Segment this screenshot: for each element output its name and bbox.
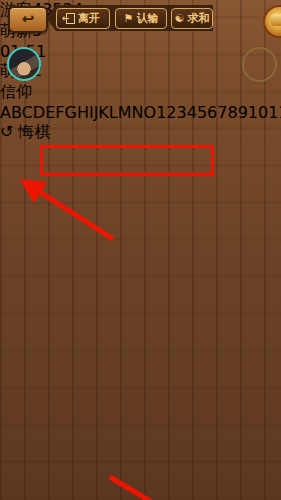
col-label-K: K	[98, 103, 109, 122]
row-label-3: 3	[177, 103, 187, 122]
left-player-avatar[interactable]	[7, 47, 41, 81]
right-player-name: 信仰	[0, 82, 281, 103]
col-label-E: E	[45, 103, 55, 122]
col-label-B: B	[11, 103, 22, 122]
undo-move-button-face: ↺ 悔棋	[0, 122, 281, 143]
annotation-arrow-to-back-button	[26, 183, 113, 239]
annotation-arrow-to-undo-button	[110, 477, 198, 500]
col-label-L: L	[109, 103, 118, 122]
board-labels: ABCDEFGHIJKLMNO123456789101112131415	[0, 103, 281, 122]
resign-button[interactable]: ⚑ 认输	[115, 8, 167, 29]
resign-button-label: 认输	[136, 11, 158, 26]
turn-timer: 01:51	[0, 42, 281, 61]
row-label-10: 10	[248, 103, 268, 122]
offer-draw-button-label: 求和	[187, 11, 209, 26]
annotation-overlay	[0, 143, 281, 500]
undo-arrow-icon: ↺	[0, 122, 13, 141]
door-exit-icon: ←	[66, 13, 75, 24]
col-label-N: N	[132, 103, 144, 122]
col-label-A: A	[0, 103, 11, 122]
col-label-M: M	[118, 103, 132, 122]
back-button[interactable]: ↩	[8, 6, 48, 33]
right-player-badge: 萌新2	[0, 61, 281, 82]
col-label-H: H	[77, 103, 89, 122]
undo-move-button-label: 悔棋	[19, 122, 51, 141]
col-label-O: O	[144, 103, 157, 122]
back-icon: ↩	[22, 12, 35, 27]
col-label-D: D	[33, 103, 45, 122]
flag-icon: ⚑	[124, 13, 134, 24]
row-label-5: 5	[197, 103, 207, 122]
peace-icon: ☯	[175, 13, 185, 24]
col-label-G: G	[64, 103, 76, 122]
undo-move-button[interactable]: ↺ 悔棋	[0, 122, 281, 143]
row-label-8: 8	[227, 103, 237, 122]
row-label-9: 9	[238, 103, 248, 122]
right-player-avatar[interactable]	[242, 47, 277, 82]
row-label-2: 2	[166, 103, 176, 122]
board-panel: ABCDEFGHIJKLMNO123456789101112131415	[0, 103, 281, 122]
offer-draw-button[interactable]: ☯ 求和	[171, 8, 213, 29]
row-label-4: 4	[187, 103, 197, 122]
gomoku-app: ↩ ← 离开 ⚑ 认输 ☯ 求和 游客43534 萌新5 01:51 萌新2 信…	[0, 0, 281, 500]
annotation-rect-top-buttons	[42, 147, 213, 175]
row-label-1: 1	[156, 103, 166, 122]
col-label-C: C	[22, 103, 33, 122]
leave-button[interactable]: ← 离开	[56, 8, 110, 29]
row-label-7: 7	[217, 103, 227, 122]
leave-button-label: 离开	[78, 11, 100, 26]
row-label-6: 6	[207, 103, 217, 122]
row-label-11: 11	[268, 103, 281, 122]
